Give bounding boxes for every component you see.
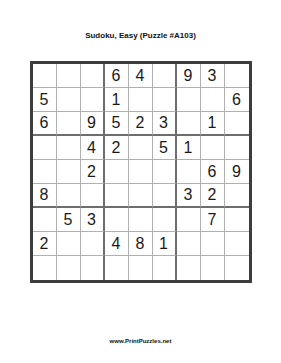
cell-r3c4-given: 5 bbox=[105, 112, 129, 136]
cell-r4c3-given: 4 bbox=[81, 136, 105, 160]
cell-r9c2-empty bbox=[57, 256, 81, 280]
cell-r4c7-given: 1 bbox=[177, 136, 201, 160]
cell-r2c6-empty bbox=[153, 88, 177, 112]
cell-r8c3-empty bbox=[81, 232, 105, 256]
cell-r6c1-given: 8 bbox=[33, 184, 57, 208]
cell-r8c9-empty bbox=[225, 232, 249, 256]
cell-r8c8-empty bbox=[201, 232, 225, 256]
cell-r5c3-given: 2 bbox=[81, 160, 105, 184]
cell-r2c4-given: 1 bbox=[105, 88, 129, 112]
cell-r7c6-empty bbox=[153, 208, 177, 232]
cell-r5c7-empty bbox=[177, 160, 201, 184]
cell-r1c7-given: 9 bbox=[177, 64, 201, 88]
cell-r6c4-empty bbox=[105, 184, 129, 208]
cell-r8c6-given: 1 bbox=[153, 232, 177, 256]
cell-r2c2-empty bbox=[57, 88, 81, 112]
cell-r9c9-empty bbox=[225, 256, 249, 280]
cell-r4c5-empty bbox=[129, 136, 153, 160]
cell-r3c3-given: 9 bbox=[81, 112, 105, 136]
cell-r7c7-empty bbox=[177, 208, 201, 232]
cell-r5c2-empty bbox=[57, 160, 81, 184]
cell-r4c1-empty bbox=[33, 136, 57, 160]
cell-r9c1-empty bbox=[33, 256, 57, 280]
cell-r6c5-empty bbox=[129, 184, 153, 208]
cell-r3c9-empty bbox=[225, 112, 249, 136]
printable-page: Sudoku, Easy (Puzzle #A103) 649351669523… bbox=[0, 0, 281, 363]
source-url: www.PrintPuzzles.net bbox=[0, 338, 281, 344]
cell-r3c1-given: 6 bbox=[33, 112, 57, 136]
cell-r9c7-empty bbox=[177, 256, 201, 280]
cell-r2c8-empty bbox=[201, 88, 225, 112]
cell-r4c2-empty bbox=[57, 136, 81, 160]
cell-r3c2-empty bbox=[57, 112, 81, 136]
cell-r1c4-given: 6 bbox=[105, 64, 129, 88]
cell-r6c3-empty bbox=[81, 184, 105, 208]
cell-r2c7-empty bbox=[177, 88, 201, 112]
cell-r2c5-empty bbox=[129, 88, 153, 112]
cell-r4c4-given: 2 bbox=[105, 136, 129, 160]
cell-r9c8-empty bbox=[201, 256, 225, 280]
cell-r6c2-empty bbox=[57, 184, 81, 208]
cell-r9c4-empty bbox=[105, 256, 129, 280]
cell-r3c7-empty bbox=[177, 112, 201, 136]
cell-r4c9-empty bbox=[225, 136, 249, 160]
cell-r7c3-given: 3 bbox=[81, 208, 105, 232]
cell-r5c5-empty bbox=[129, 160, 153, 184]
cell-r5c4-empty bbox=[105, 160, 129, 184]
cell-r6c7-given: 3 bbox=[177, 184, 201, 208]
cell-r8c4-given: 4 bbox=[105, 232, 129, 256]
cell-r6c6-empty bbox=[153, 184, 177, 208]
cell-r5c6-empty bbox=[153, 160, 177, 184]
cell-r1c2-empty bbox=[57, 64, 81, 88]
cell-r7c4-empty bbox=[105, 208, 129, 232]
cell-r7c8-given: 7 bbox=[201, 208, 225, 232]
cell-r5c8-given: 6 bbox=[201, 160, 225, 184]
cell-r5c9-given: 9 bbox=[225, 160, 249, 184]
cell-r1c5-given: 4 bbox=[129, 64, 153, 88]
cell-r2c3-empty bbox=[81, 88, 105, 112]
cell-r1c6-empty bbox=[153, 64, 177, 88]
cell-r6c8-given: 2 bbox=[201, 184, 225, 208]
cell-r2c9-given: 6 bbox=[225, 88, 249, 112]
cell-r3c8-given: 1 bbox=[201, 112, 225, 136]
cell-r3c5-given: 2 bbox=[129, 112, 153, 136]
cell-r7c1-empty bbox=[33, 208, 57, 232]
cell-r3c6-given: 3 bbox=[153, 112, 177, 136]
cell-r1c3-empty bbox=[81, 64, 105, 88]
cell-r5c1-empty bbox=[33, 160, 57, 184]
cell-r8c5-given: 8 bbox=[129, 232, 153, 256]
cell-r6c9-empty bbox=[225, 184, 249, 208]
cell-r7c5-empty bbox=[129, 208, 153, 232]
cell-r7c2-given: 5 bbox=[57, 208, 81, 232]
cell-r8c1-given: 2 bbox=[33, 232, 57, 256]
cell-r4c6-given: 5 bbox=[153, 136, 177, 160]
cell-r9c5-empty bbox=[129, 256, 153, 280]
cell-r7c9-empty bbox=[225, 208, 249, 232]
cell-r2c1-given: 5 bbox=[33, 88, 57, 112]
puzzle-title: Sudoku, Easy (Puzzle #A103) bbox=[0, 31, 281, 40]
cell-r1c8-given: 3 bbox=[201, 64, 225, 88]
cell-r1c9-empty bbox=[225, 64, 249, 88]
cell-r4c8-empty bbox=[201, 136, 225, 160]
cell-r8c2-empty bbox=[57, 232, 81, 256]
cell-r9c3-empty bbox=[81, 256, 105, 280]
sudoku-board: 649351669523142512698325372481 bbox=[30, 61, 252, 283]
cell-r9c6-empty bbox=[153, 256, 177, 280]
cell-r1c1-empty bbox=[33, 64, 57, 88]
cell-r8c7-empty bbox=[177, 232, 201, 256]
